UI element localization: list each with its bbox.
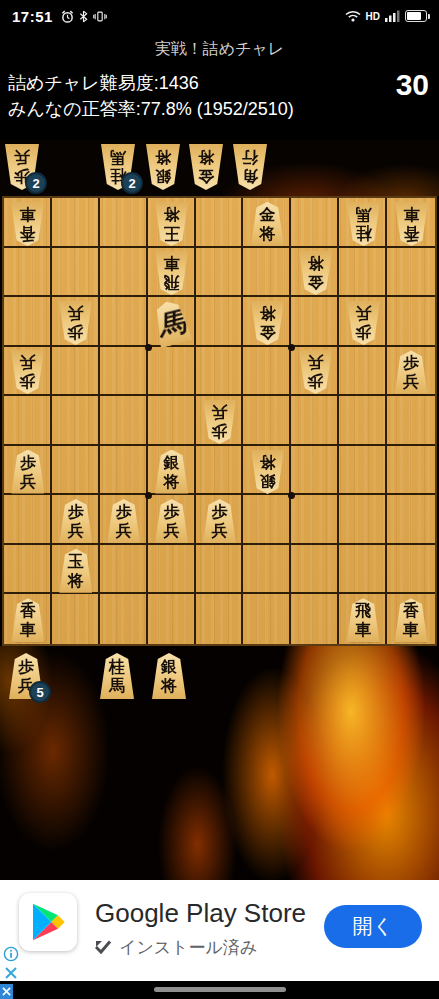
- shogi-piece-王将-gote[interactable]: 王将: [155, 202, 188, 246]
- piece-kanji: 馬: [110, 148, 126, 166]
- shogi-piece-香車-sente[interactable]: 香車: [11, 598, 44, 642]
- shogi-piece-歩兵-gote[interactable]: 歩兵: [59, 301, 92, 345]
- shogi-board: 香車王将金将桂馬香車飛車金将歩兵馬金将歩兵歩兵歩兵歩兵歩兵歩兵銀将銀将歩兵歩兵歩…: [2, 196, 437, 646]
- piece-kanji: 将: [161, 677, 177, 695]
- shogi-piece-飛車-sente[interactable]: 飛車: [347, 598, 380, 642]
- piece-kanji: 兵: [68, 522, 84, 540]
- shogi-piece-桂馬-gote[interactable]: 桂馬: [347, 202, 380, 246]
- piece-kanji: 車: [20, 205, 36, 223]
- shogi-piece-角行-gote[interactable]: 角行: [233, 144, 267, 190]
- piece-kanji: 金: [259, 206, 275, 224]
- piece-kanji: 歩: [307, 372, 323, 390]
- wifi-icon: [345, 10, 361, 22]
- piece-kanji: 飛: [355, 602, 371, 620]
- ad-close-icon[interactable]: [4, 966, 18, 980]
- shogi-piece-歩兵-sente[interactable]: 歩兵: [11, 450, 44, 494]
- hand-slot-歩兵[interactable]: 歩兵2: [4, 143, 40, 191]
- shogi-piece-金将-sente[interactable]: 金将: [251, 202, 284, 246]
- piece-kanji: 桂: [109, 658, 125, 676]
- piece-kanji: 玉: [68, 553, 84, 571]
- piece-kanji: 飛: [164, 273, 180, 291]
- shogi-piece-金将-gote[interactable]: 金将: [251, 301, 284, 345]
- shogi-piece-香車-gote[interactable]: 香車: [11, 202, 44, 246]
- piece-kanji: 将: [259, 453, 275, 471]
- hand-slot-歩兵[interactable]: 歩兵5: [8, 652, 44, 700]
- piece-kanji: 将: [164, 205, 180, 223]
- shogi-piece-金将-gote[interactable]: 金将: [189, 144, 223, 190]
- installed-check-icon: [95, 940, 112, 955]
- ad-subtitle-row: インストール済み: [95, 936, 257, 959]
- piece-kanji: 将: [198, 148, 214, 166]
- piece-kanji: 歩: [212, 422, 228, 440]
- shogi-piece-歩兵-gote[interactable]: 歩兵: [299, 350, 332, 394]
- hand-slot-角行[interactable]: 角行: [232, 143, 268, 191]
- piece-kanji: 兵: [164, 522, 180, 540]
- piece-kanji: 将: [307, 254, 323, 272]
- piece-kanji: 兵: [212, 522, 228, 540]
- shogi-piece-馬-sente[interactable]: 馬: [150, 298, 193, 349]
- piece-kanji: 歩: [20, 372, 36, 390]
- hand-slot-金将[interactable]: 金将: [188, 143, 224, 191]
- piece-kanji: 兵: [116, 522, 132, 540]
- bluetooth-icon: [79, 10, 88, 23]
- page-title: 実戦！詰めチャレ: [0, 32, 439, 66]
- piece-kanji: 歩: [68, 323, 84, 341]
- flame-background: 歩兵5桂馬銀将: [0, 646, 439, 880]
- piece-kanji: 行: [242, 148, 258, 166]
- piece-kanji: 歩: [355, 323, 371, 341]
- shogi-piece-歩兵-sente[interactable]: 歩兵: [107, 499, 140, 543]
- piece-kanji: 兵: [403, 373, 419, 391]
- piece-kanji: 馬: [155, 306, 188, 342]
- hand-slot-銀将[interactable]: 銀将: [151, 652, 187, 700]
- piece-kanji: 歩: [20, 454, 36, 472]
- piece-kanji: 車: [403, 621, 419, 639]
- shogi-piece-銀将-gote[interactable]: 銀将: [251, 450, 284, 494]
- signal-icon: [385, 10, 400, 22]
- open-app-button[interactable]: 開く: [324, 905, 422, 948]
- piece-kanji: 歩: [18, 658, 34, 676]
- clock-time: 17:51: [12, 8, 53, 25]
- piece-kanji: 車: [355, 621, 371, 639]
- piece-kanji: 香: [20, 224, 36, 242]
- corner-close-icon[interactable]: [0, 984, 13, 999]
- piece-kanji: 兵: [20, 473, 36, 491]
- piece-kanji: 車: [403, 205, 419, 223]
- shogi-piece-歩兵-sente[interactable]: 歩兵: [203, 499, 236, 543]
- piece-kanji: 歩: [403, 354, 419, 372]
- navigation-strip: [0, 981, 439, 999]
- piece-kanji: 車: [20, 621, 36, 639]
- piece-kanji: 歩: [116, 503, 132, 521]
- piece-kanji: 香: [403, 224, 419, 242]
- shogi-piece-飛車-gote[interactable]: 飛車: [155, 251, 188, 295]
- piece-kanji: 香: [20, 602, 36, 620]
- ad-title[interactable]: Google Play Store: [95, 898, 306, 929]
- app-screen: 17:51 HD 実戦！詰めチャレ 詰めチャレ難易度:1436: [0, 0, 439, 999]
- piece-kanji: 角: [242, 167, 258, 185]
- piece-kanji: 金: [259, 323, 275, 341]
- piece-kanji: 香: [403, 602, 419, 620]
- hand-slot-桂馬[interactable]: 桂馬2: [100, 143, 136, 191]
- piece-kanji: 将: [68, 572, 84, 590]
- piece-kanji: 兵: [14, 148, 30, 166]
- shogi-piece-銀将-sente[interactable]: 銀将: [155, 450, 188, 494]
- piece-kanji: 将: [259, 225, 275, 243]
- hand-slot-桂馬[interactable]: 桂馬: [99, 652, 135, 700]
- shogi-piece-歩兵-gote[interactable]: 歩兵: [347, 301, 380, 345]
- shogi-piece-歩兵-sente[interactable]: 歩兵: [395, 350, 428, 394]
- answer-rate-text: みんなの正答率:77.8% (1952/2510): [8, 96, 431, 122]
- ad-subtitle: インストール済み: [119, 936, 257, 959]
- piece-count-badge: 5: [29, 681, 51, 703]
- shogi-piece-桂馬-sente[interactable]: 桂馬: [100, 653, 134, 699]
- sente-captured-tray: 歩兵5桂馬銀将: [0, 648, 439, 704]
- gesture-bar[interactable]: [154, 987, 286, 992]
- piece-kanji: 金: [198, 167, 214, 185]
- ad-info-icon[interactable]: [3, 946, 19, 962]
- piece-kanji: 将: [164, 473, 180, 491]
- piece-count-badge: 2: [121, 172, 143, 194]
- piece-kanji: 銀: [164, 454, 180, 472]
- piece-kanji: 銀: [259, 472, 275, 490]
- countdown-timer: 30: [396, 68, 429, 102]
- piece-kanji: 兵: [355, 304, 371, 322]
- piece-kanji: 将: [259, 304, 275, 322]
- shogi-piece-歩兵-gote[interactable]: 歩兵: [203, 400, 236, 444]
- shogi-piece-歩兵-gote[interactable]: 歩兵: [11, 350, 44, 394]
- piece-kanji: 馬: [109, 677, 125, 695]
- piece-kanji: 銀: [161, 658, 177, 676]
- piece-count-badge: 2: [25, 172, 47, 194]
- piece-kanji: 桂: [355, 224, 371, 242]
- difficulty-text: 詰めチャレ難易度:1436: [8, 70, 431, 96]
- piece-kanji: 王: [164, 224, 180, 242]
- piece-kanji: 兵: [212, 403, 228, 421]
- piece-kanji: 兵: [68, 304, 84, 322]
- shogi-piece-金将-gote[interactable]: 金将: [299, 251, 332, 295]
- piece-kanji: 金: [307, 273, 323, 291]
- shogi-piece-銀将-sente[interactable]: 銀将: [152, 653, 186, 699]
- status-bar: 17:51 HD: [0, 0, 439, 32]
- piece-kanji: 歩: [164, 503, 180, 521]
- shogi-piece-玉将-sente[interactable]: 玉将: [59, 549, 92, 593]
- info-block: 詰めチャレ難易度:1436 みんなの正答率:77.8% (1952/2510) …: [0, 66, 439, 140]
- piece-kanji: 兵: [20, 353, 36, 371]
- ad-banner[interactable]: Google Play Store インストール済み 開く: [0, 880, 439, 981]
- gote-captured-tray: 歩兵2桂馬2銀将金将角行: [0, 140, 439, 196]
- shogi-piece-歩兵-sente[interactable]: 歩兵: [155, 499, 188, 543]
- piece-kanji: 将: [155, 148, 171, 166]
- piece-kanji: 歩: [68, 503, 84, 521]
- piece-kanji: 車: [164, 254, 180, 272]
- piece-kanji: 兵: [307, 353, 323, 371]
- piece-kanji: 歩: [212, 503, 228, 521]
- piece-kanji: 馬: [355, 205, 371, 223]
- vibrate-icon: [93, 10, 107, 23]
- google-play-logo[interactable]: [19, 893, 77, 951]
- shogi-piece-歩兵-sente[interactable]: 歩兵: [59, 499, 92, 543]
- shogi-piece-香車-gote[interactable]: 香車: [395, 202, 428, 246]
- hand-slot-銀将[interactable]: 銀将: [145, 143, 181, 191]
- battery-icon: [405, 10, 427, 22]
- shogi-piece-銀将-gote[interactable]: 銀将: [146, 144, 180, 190]
- hd-label: HD: [366, 11, 380, 22]
- piece-kanji: 銀: [155, 167, 171, 185]
- alarm-icon: [61, 10, 74, 23]
- shogi-piece-香車-sente[interactable]: 香車: [395, 598, 428, 642]
